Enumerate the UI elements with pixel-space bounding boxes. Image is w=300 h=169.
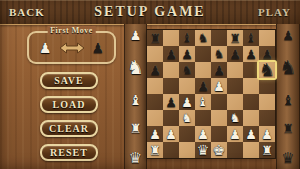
square-a4[interactable] [147,94,163,110]
white-piece-tray: ♟♞♝♜♛ [124,24,147,169]
square-g8[interactable]: ♝ [243,30,259,46]
square-b7[interactable]: ♟ [163,46,179,62]
square-h8[interactable] [259,30,275,46]
square-d4[interactable]: ♝ [195,94,211,110]
square-h3[interactable] [259,110,275,126]
square-f2[interactable]: ♟ [227,126,243,142]
square-c2[interactable] [179,126,195,142]
square-d6[interactable] [195,62,211,78]
first-move-label: First Move [47,26,96,35]
square-c8[interactable]: ♝ [179,30,195,46]
square-d2[interactable]: ♟ [195,126,211,142]
load-button[interactable]: LOAD [40,96,98,113]
square-g2[interactable]: ♟ [243,126,259,142]
square-d1[interactable]: ♛ [195,142,211,158]
tray-black-pawn[interactable]: ♟ [282,29,294,42]
square-c1[interactable] [179,142,195,158]
square-b2[interactable]: ♟ [163,126,179,142]
square-h5[interactable] [259,78,275,94]
square-a8[interactable]: ♜ [147,30,163,46]
square-f1[interactable] [227,142,243,158]
square-e3[interactable] [211,110,227,126]
square-d7[interactable] [195,46,211,62]
square-b4[interactable]: ♟ [163,94,179,110]
white-rook-a1: ♜ [149,144,161,157]
square-e7[interactable]: ♞ [211,46,227,62]
chess-board: ♜♝♞♜♝♟♟♞♟♟♟♟♞♟♞♟♟♟♟♝♞♞♟♟♟♟♟♟♜♛♚♜ [147,30,275,158]
white-bishop-d4: ♝ [198,96,209,108]
square-f7[interactable]: ♟ [227,46,243,62]
square-e4[interactable] [211,94,227,110]
square-a7[interactable] [147,46,163,62]
square-e8[interactable] [211,30,227,46]
square-h6[interactable]: ♞ [259,62,275,78]
white-pawn-b2: ♟ [165,128,177,141]
square-a2[interactable]: ♟ [147,126,163,142]
black-rook-a8: ♜ [149,32,161,45]
square-g1[interactable] [243,142,259,158]
save-button[interactable]: SAVE [40,72,98,89]
top-bar: SETUP GAME BACK PLAY [0,0,300,25]
square-d8[interactable]: ♞ [195,30,211,46]
square-h2[interactable]: ♟ [259,126,275,142]
white-pawn-e5: ♟ [213,80,225,93]
square-g5[interactable] [243,78,259,94]
left-right-arrow-icon [59,42,85,54]
black-pawn-b7: ♟ [165,48,177,61]
square-b6[interactable] [163,62,179,78]
black-knight-d8: ♞ [198,32,209,44]
square-f5[interactable] [227,78,243,94]
white-rook-h1: ♜ [261,144,273,157]
reset-button[interactable]: RESET [40,144,98,161]
black-pawn-f7: ♟ [229,48,241,61]
white-king-e1: ♚ [213,143,226,157]
clear-button[interactable]: CLEAR [40,120,98,137]
white-pawn-g2: ♟ [245,128,257,141]
black-piece-tray: ♟♞♝♜♛ [276,24,300,169]
square-e2[interactable] [211,126,227,142]
square-c7[interactable]: ♟ [179,46,195,62]
setup-game-screen: SETUP GAME BACK PLAY First Move ♟ ♟ SAVE… [0,0,300,169]
white-pawn-a2: ♟ [149,128,161,141]
black-pawn-a6: ♟ [149,64,161,77]
square-f6[interactable] [227,62,243,78]
black-rook-f8: ♜ [229,32,241,45]
white-pawn-c4: ♟ [181,96,193,109]
black-knight-e7: ♞ [214,48,225,60]
square-b5[interactable] [163,78,179,94]
white-knight-f3: ♞ [230,112,241,124]
square-b3[interactable] [163,110,179,126]
square-h4[interactable] [259,94,275,110]
play-button[interactable]: PLAY [249,6,300,18]
tray-black-knight[interactable]: ♞ [279,58,296,77]
square-c3[interactable]: ♞ [179,110,195,126]
tray-white-rook[interactable]: ♜ [130,122,142,135]
square-g6[interactable] [243,62,259,78]
square-b1[interactable] [163,142,179,158]
square-g4[interactable] [243,94,259,110]
white-knight-c3: ♞ [182,112,193,124]
square-e1[interactable]: ♚ [211,142,227,158]
first-move-selector: First Move ♟ ♟ [27,31,116,64]
square-a3[interactable] [147,110,163,126]
square-a1[interactable]: ♜ [147,142,163,158]
black-pawn-b4: ♟ [165,96,177,109]
tray-black-queen[interactable]: ♛ [281,151,294,166]
square-d3[interactable] [195,110,211,126]
tray-white-queen[interactable]: ♛ [129,151,142,166]
square-f4[interactable] [227,94,243,110]
square-g3[interactable] [243,110,259,126]
square-d5[interactable]: ♟ [195,78,211,94]
white-pawn-f2: ♟ [229,128,241,141]
square-b8[interactable] [163,30,179,46]
square-c5[interactable] [179,78,195,94]
black-bishop-c8: ♝ [182,32,193,44]
tray-white-bishop[interactable]: ♝ [129,93,142,107]
black-pawn-d5: ♟ [197,80,209,93]
first-move-white-pawn-icon[interactable]: ♟ [39,41,52,55]
white-pawn-d2: ♟ [197,128,209,141]
white-queen-d1: ♛ [197,143,210,157]
square-e6[interactable]: ♟ [211,62,227,78]
square-h1[interactable]: ♜ [259,142,275,158]
square-a6[interactable]: ♟ [147,62,163,78]
black-pawn-c7: ♟ [181,48,193,61]
square-a5[interactable] [147,78,163,94]
tray-black-bishop[interactable]: ♝ [282,93,295,107]
black-pawn-g7: ♟ [245,48,257,61]
tray-white-pawn[interactable]: ♟ [130,29,142,42]
white-pawn-h2: ♟ [261,128,273,141]
tray-white-knight[interactable]: ♞ [127,58,144,77]
square-c4[interactable]: ♟ [179,94,195,110]
black-knight-h6: ♞ [259,61,275,79]
square-f8[interactable]: ♜ [227,30,243,46]
black-knight-c6: ♞ [182,64,193,76]
tray-black-rook[interactable]: ♜ [282,122,294,135]
square-e5[interactable]: ♟ [211,78,227,94]
first-move-black-pawn-icon[interactable]: ♟ [91,41,104,55]
square-c6[interactable]: ♞ [179,62,195,78]
square-f3[interactable]: ♞ [227,110,243,126]
black-bishop-g8: ♝ [246,32,257,44]
black-pawn-e6: ♟ [213,64,225,77]
square-g7[interactable]: ♟ [243,46,259,62]
